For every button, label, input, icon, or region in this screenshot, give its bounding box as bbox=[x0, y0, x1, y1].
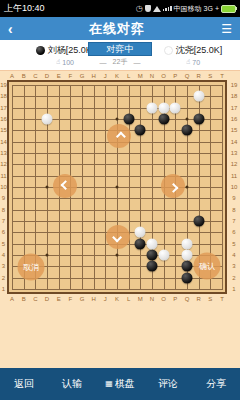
wifi-icon bbox=[153, 6, 161, 12]
move-down-button[interactable] bbox=[106, 225, 130, 249]
coord-number-right: 5 bbox=[232, 241, 235, 247]
coord-letter-bottom: Q bbox=[185, 296, 190, 302]
back-button[interactable]: ‹ bbox=[8, 22, 13, 36]
grid-line bbox=[12, 221, 223, 222]
white-stone-icon bbox=[164, 46, 173, 55]
white-stone-m6 bbox=[135, 227, 146, 238]
coord-number-right: 10 bbox=[231, 184, 238, 190]
white-stone-q4 bbox=[182, 250, 193, 261]
grid-line bbox=[12, 289, 223, 290]
black-stone-icon bbox=[36, 46, 45, 55]
coord-letter-bottom: M bbox=[138, 296, 143, 302]
coord-letter-bottom: S bbox=[208, 296, 212, 302]
toolbar-item-返回[interactable]: 返回 bbox=[0, 368, 48, 400]
coord-number-left: 2 bbox=[2, 275, 5, 281]
toolbar-item-棋盘[interactable]: ▦棋盘 bbox=[96, 368, 144, 400]
white-player: 沈尧[25.0K] ☝ 70 bbox=[150, 40, 236, 70]
chevron-down-icon bbox=[112, 232, 122, 242]
coord-number-right: 2 bbox=[232, 275, 235, 281]
coord-letter-bottom: C bbox=[33, 296, 37, 302]
coord-letter-top: E bbox=[57, 73, 61, 79]
coord-number-left: 12 bbox=[0, 161, 7, 167]
coord-number-right: 15 bbox=[231, 127, 238, 133]
toolbar-label: 认输 bbox=[62, 377, 82, 391]
star-point bbox=[46, 254, 49, 257]
white-stone-q5 bbox=[182, 238, 193, 249]
coord-number-left: 15 bbox=[0, 127, 7, 133]
coord-number-left: 18 bbox=[0, 93, 7, 99]
go-board[interactable]: AABBCCDDEEFFGGHHJJKKLLMMNNOOPPQQRRSSTT19… bbox=[0, 70, 240, 369]
coord-letter-bottom: H bbox=[91, 296, 95, 302]
coord-letter-bottom: B bbox=[22, 296, 26, 302]
coord-letter-bottom: D bbox=[45, 296, 49, 302]
black-stone-q15 bbox=[182, 125, 193, 136]
thumbs-up-icon: ☝ bbox=[56, 58, 60, 66]
coord-number-left: 5 bbox=[2, 241, 5, 247]
coord-letter-bottom: T bbox=[220, 296, 224, 302]
move-up-button[interactable] bbox=[107, 124, 131, 148]
coord-number-right: 11 bbox=[231, 173, 237, 179]
coord-letter-top: R bbox=[196, 73, 200, 79]
black-stone-q3 bbox=[182, 261, 193, 272]
coord-letter-bottom: L bbox=[127, 296, 130, 302]
shield-icon bbox=[145, 5, 151, 12]
grid-line bbox=[12, 198, 223, 199]
black-stone-l16 bbox=[123, 114, 134, 125]
coord-number-left: 14 bbox=[0, 139, 7, 145]
star-point bbox=[116, 186, 119, 189]
coord-letter-bottom: F bbox=[68, 296, 72, 302]
coord-number-left: 4 bbox=[2, 252, 5, 258]
coord-letter-top: K bbox=[115, 73, 119, 79]
coord-letter-bottom: E bbox=[57, 296, 61, 302]
battery-icon bbox=[221, 5, 236, 13]
black-stone-r7 bbox=[193, 216, 204, 227]
coord-letter-top: T bbox=[220, 73, 224, 79]
white-likes[interactable]: ☝ 70 bbox=[186, 58, 200, 66]
coord-letter-top: L bbox=[127, 73, 130, 79]
coord-letter-top: Q bbox=[185, 73, 190, 79]
coord-letter-bottom: A bbox=[10, 296, 14, 302]
toolbar-item-分享[interactable]: 分享 bbox=[192, 368, 240, 400]
black-stone-n3 bbox=[147, 261, 158, 272]
signal-icon bbox=[163, 6, 172, 11]
coord-number-right: 6 bbox=[232, 229, 235, 235]
grid-line bbox=[222, 85, 223, 289]
thumbs-up-icon: ☝ bbox=[186, 58, 190, 66]
white-stone-p17 bbox=[170, 102, 181, 113]
coord-letter-top: H bbox=[91, 73, 95, 79]
coord-letter-bottom: N bbox=[150, 296, 154, 302]
star-point bbox=[116, 118, 119, 121]
coord-number-right: 4 bbox=[232, 252, 235, 258]
move-left-button[interactable] bbox=[53, 174, 77, 198]
coord-number-right: 7 bbox=[232, 218, 235, 224]
chevron-up-icon bbox=[115, 131, 125, 141]
toolbar-item-认输[interactable]: 认输 bbox=[48, 368, 96, 400]
coord-letter-bottom: P bbox=[173, 296, 177, 302]
coord-letter-top: J bbox=[104, 73, 107, 79]
toolbar-item-评论[interactable]: 评论 bbox=[144, 368, 192, 400]
cancel-button[interactable]: 取消 bbox=[18, 254, 45, 281]
coord-letter-top: F bbox=[68, 73, 72, 79]
coord-number-right: 16 bbox=[231, 116, 238, 122]
clock-time: 上午10:40 bbox=[4, 2, 45, 15]
coord-number-left: 10 bbox=[0, 184, 7, 190]
white-stone-o17 bbox=[158, 102, 169, 113]
clock-icon: ◷ bbox=[136, 5, 143, 13]
grid-line bbox=[12, 210, 223, 211]
page-title: 在线对弈 bbox=[89, 20, 145, 38]
coord-number-left: 13 bbox=[0, 150, 7, 156]
toolbar-label: 分享 bbox=[206, 377, 226, 391]
white-stone-r18 bbox=[193, 91, 204, 102]
status-bar: 上午10:40 ◷ 中国移动 3G + bbox=[0, 0, 240, 17]
coord-letter-bottom: O bbox=[161, 296, 166, 302]
coord-number-left: 7 bbox=[2, 218, 5, 224]
coord-number-right: 14 bbox=[231, 139, 238, 145]
star-point bbox=[186, 118, 189, 121]
white-stone-n5 bbox=[147, 238, 158, 249]
move-right-button[interactable] bbox=[161, 174, 185, 198]
coord-number-left: 9 bbox=[2, 195, 5, 201]
white-stone-d16 bbox=[42, 114, 53, 125]
white-stone-o4 bbox=[158, 250, 169, 261]
move-count: 22手 bbox=[113, 57, 128, 67]
coord-number-left: 11 bbox=[0, 173, 6, 179]
grid-line bbox=[140, 85, 141, 289]
app-screen: 上午10:40 ◷ 中国移动 3G + ‹ 在线对弈 ☰ 刘杨[25.0K] ☝… bbox=[0, 0, 240, 400]
coord-number-right: 17 bbox=[231, 105, 238, 111]
coord-letter-top: M bbox=[138, 73, 143, 79]
chevron-right-icon bbox=[168, 182, 178, 192]
black-likes[interactable]: ☝ 100 bbox=[56, 58, 74, 66]
coord-number-left: 6 bbox=[2, 229, 5, 235]
battery-plus: + bbox=[215, 5, 219, 12]
chevron-left-icon bbox=[60, 180, 70, 190]
coord-letter-bottom: K bbox=[115, 296, 119, 302]
coord-letter-top: C bbox=[33, 73, 37, 79]
toolbar-label: 返回 bbox=[14, 377, 34, 391]
coord-letter-top: N bbox=[150, 73, 154, 79]
menu-icon[interactable]: ☰ bbox=[221, 23, 232, 35]
bottom-toolbar: 返回认输▦棋盘评论分享 bbox=[0, 368, 240, 400]
confirm-button[interactable]: 确认 bbox=[194, 253, 221, 280]
coord-letter-top: O bbox=[161, 73, 166, 79]
coord-number-right: 9 bbox=[232, 195, 235, 201]
coord-letter-bottom: G bbox=[80, 296, 85, 302]
coord-number-left: 3 bbox=[2, 263, 5, 269]
coord-number-right: 12 bbox=[231, 161, 238, 167]
coord-number-left: 19 bbox=[0, 82, 7, 88]
star-point bbox=[186, 186, 189, 189]
coord-number-left: 16 bbox=[0, 116, 7, 122]
white-stone-n17 bbox=[147, 102, 158, 113]
coord-number-right: 13 bbox=[231, 150, 238, 156]
black-stone-o16 bbox=[158, 114, 169, 125]
coord-number-left: 1 bbox=[2, 286, 5, 292]
star-point bbox=[116, 254, 119, 257]
game-status-badge: 对弈中 bbox=[88, 42, 152, 56]
board-grid-icon: ▦ bbox=[105, 380, 113, 388]
coord-letter-bottom: R bbox=[196, 296, 200, 302]
coord-letter-top: B bbox=[22, 73, 26, 79]
white-player-name: 沈尧[25.0K] bbox=[176, 44, 223, 57]
toolbar-label: 评论 bbox=[158, 377, 178, 391]
star-point bbox=[46, 186, 49, 189]
black-stone-m15 bbox=[135, 125, 146, 136]
carrier-label: 中国移动 3G bbox=[174, 4, 213, 14]
coord-number-right: 18 bbox=[231, 93, 238, 99]
coord-letter-top: A bbox=[10, 73, 14, 79]
black-stone-r16 bbox=[193, 114, 204, 125]
coord-letter-bottom: J bbox=[104, 296, 107, 302]
coord-number-left: 8 bbox=[2, 207, 5, 213]
coord-number-left: 17 bbox=[0, 105, 7, 111]
coord-letter-top: P bbox=[173, 73, 177, 79]
coord-number-right: 8 bbox=[232, 207, 235, 213]
coord-letter-top: S bbox=[208, 73, 212, 79]
player-bar: 刘杨[25.0K] ☝ 100 对弈中 — 22手 — 沈尧[25.0K] ☝ … bbox=[0, 40, 240, 70]
coord-number-right: 19 bbox=[231, 82, 238, 88]
header: ‹ 在线对弈 ☰ bbox=[0, 17, 240, 40]
black-stone-n4 bbox=[147, 250, 158, 261]
black-stone-q2 bbox=[182, 272, 193, 283]
coord-number-right: 3 bbox=[232, 263, 235, 269]
move-count-row: — 22手 — bbox=[100, 57, 141, 67]
coord-letter-top: D bbox=[45, 73, 49, 79]
toolbar-label: 棋盘 bbox=[115, 377, 135, 391]
coord-number-right: 1 bbox=[232, 286, 235, 292]
black-stone-m5 bbox=[135, 238, 146, 249]
coord-letter-top: G bbox=[80, 73, 85, 79]
